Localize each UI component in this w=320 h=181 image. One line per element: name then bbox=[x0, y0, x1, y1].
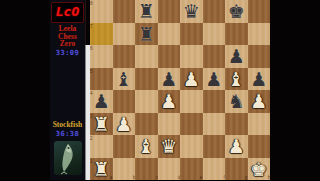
square-h5[interactable]: ♟ bbox=[248, 68, 271, 91]
piece-black-knight[interactable]: ♞ bbox=[225, 90, 248, 113]
piece-black-pawn[interactable]: ♟ bbox=[158, 68, 181, 91]
square-d4[interactable]: ♟ bbox=[158, 90, 181, 113]
square-b4[interactable] bbox=[113, 90, 136, 113]
square-a7[interactable]: 7 bbox=[90, 23, 113, 46]
square-b7[interactable] bbox=[113, 23, 136, 46]
piece-black-rook[interactable]: ♜ bbox=[135, 23, 158, 46]
square-c5[interactable] bbox=[135, 68, 158, 91]
square-h8[interactable] bbox=[248, 0, 271, 23]
square-g1[interactable]: g bbox=[225, 158, 248, 181]
square-f3[interactable] bbox=[203, 113, 226, 136]
square-h3[interactable] bbox=[248, 113, 271, 136]
piece-black-king[interactable]: ♚ bbox=[225, 0, 248, 23]
square-c3[interactable] bbox=[135, 113, 158, 136]
square-e5[interactable]: ♟ bbox=[180, 68, 203, 91]
square-e2[interactable] bbox=[180, 135, 203, 158]
black-player-name-line1: Leela Chess bbox=[50, 25, 85, 40]
square-e3[interactable] bbox=[180, 113, 203, 136]
rank-label-5: 5 bbox=[90, 69, 93, 74]
square-f6[interactable] bbox=[203, 45, 226, 68]
square-b3[interactable]: ♟ bbox=[113, 113, 136, 136]
square-g8[interactable]: ♚ bbox=[225, 0, 248, 23]
square-a4[interactable]: 4♟ bbox=[90, 90, 113, 113]
square-a1[interactable]: 1a♜ bbox=[90, 158, 113, 181]
square-g5[interactable]: ♝ bbox=[225, 68, 248, 91]
square-c6[interactable] bbox=[135, 45, 158, 68]
rank-label-7: 7 bbox=[90, 24, 93, 29]
piece-black-pawn[interactable]: ♟ bbox=[248, 68, 271, 91]
lczero-logo-icon: LcO bbox=[51, 2, 84, 23]
square-d6[interactable] bbox=[158, 45, 181, 68]
piece-white-queen[interactable]: ♛ bbox=[158, 135, 181, 158]
square-e8[interactable]: ♛ bbox=[180, 0, 203, 23]
square-f7[interactable] bbox=[203, 23, 226, 46]
rank-label-8: 8 bbox=[90, 1, 93, 6]
piece-white-pawn[interactable]: ♟ bbox=[180, 68, 203, 91]
square-d7[interactable] bbox=[158, 23, 181, 46]
square-g3[interactable] bbox=[225, 113, 248, 136]
rank-label-6: 6 bbox=[90, 46, 93, 51]
square-d3[interactable] bbox=[158, 113, 181, 136]
square-c8[interactable]: ♜ bbox=[135, 0, 158, 23]
white-player-panel: Stockfish 36:38 bbox=[50, 119, 85, 175]
square-h6[interactable] bbox=[248, 45, 271, 68]
square-c7[interactable]: ♜ bbox=[135, 23, 158, 46]
square-f5[interactable]: ♟ bbox=[203, 68, 226, 91]
black-player-name: Leela Chess Zero bbox=[50, 25, 85, 48]
piece-black-pawn[interactable]: ♟ bbox=[203, 68, 226, 91]
black-player-name-line2: Zero bbox=[50, 40, 85, 48]
piece-white-pawn[interactable]: ♟ bbox=[248, 90, 271, 113]
rank-label-2: 2 bbox=[90, 136, 93, 141]
square-g7[interactable] bbox=[225, 23, 248, 46]
square-b1[interactable]: b bbox=[113, 158, 136, 181]
square-e1[interactable]: e bbox=[180, 158, 203, 181]
square-g2[interactable]: ♟ bbox=[225, 135, 248, 158]
square-e4[interactable] bbox=[180, 90, 203, 113]
square-c2[interactable]: ♝ bbox=[135, 135, 158, 158]
square-g6[interactable]: ♟ bbox=[225, 45, 248, 68]
square-f1[interactable]: f bbox=[203, 158, 226, 181]
square-e7[interactable] bbox=[180, 23, 203, 46]
engine-sidebar: LcO Leela Chess Zero 33:09 Stockfish 36:… bbox=[50, 0, 86, 180]
piece-black-bishop[interactable]: ♝ bbox=[113, 68, 136, 91]
piece-white-bishop[interactable]: ♝ bbox=[225, 68, 248, 91]
piece-white-pawn[interactable]: ♟ bbox=[158, 90, 181, 113]
square-h1[interactable]: h♚ bbox=[248, 158, 271, 181]
broadcast-frame: LcO Leela Chess Zero 33:09 Stockfish 36:… bbox=[0, 0, 320, 180]
piece-black-pawn[interactable]: ♟ bbox=[90, 90, 113, 113]
square-d5[interactable]: ♟ bbox=[158, 68, 181, 91]
square-b6[interactable] bbox=[113, 45, 136, 68]
black-player-panel: LcO Leela Chess Zero 33:09 bbox=[50, 2, 85, 57]
square-f2[interactable] bbox=[203, 135, 226, 158]
square-d2[interactable]: ♛ bbox=[158, 135, 181, 158]
chess-board: 8♜♛♚7♜6♟5♝♟♟♟♝♟4♟♟♞♟3♜♟2♝♛♟1a♜bcdefgh♚ bbox=[90, 0, 270, 180]
square-g4[interactable]: ♞ bbox=[225, 90, 248, 113]
piece-black-rook[interactable]: ♜ bbox=[135, 0, 158, 23]
white-clock: 36:38 bbox=[50, 130, 85, 138]
piece-white-pawn[interactable]: ♟ bbox=[113, 113, 136, 136]
square-d1[interactable]: d bbox=[158, 158, 181, 181]
square-c4[interactable] bbox=[135, 90, 158, 113]
square-a3[interactable]: 3♜ bbox=[90, 113, 113, 136]
piece-white-rook[interactable]: ♜ bbox=[90, 158, 113, 181]
stockfish-fish-logo-icon bbox=[54, 141, 82, 175]
square-b5[interactable]: ♝ bbox=[113, 68, 136, 91]
square-f8[interactable] bbox=[203, 0, 226, 23]
square-a6[interactable]: 6 bbox=[90, 45, 113, 68]
white-player-name: Stockfish bbox=[50, 121, 85, 129]
piece-black-queen[interactable]: ♛ bbox=[180, 0, 203, 23]
square-d8[interactable] bbox=[158, 0, 181, 23]
square-b8[interactable] bbox=[113, 0, 136, 23]
square-a5[interactable]: 5 bbox=[90, 68, 113, 91]
square-a8[interactable]: 8 bbox=[90, 0, 113, 23]
piece-white-rook[interactable]: ♜ bbox=[90, 113, 113, 136]
square-h7[interactable] bbox=[248, 23, 271, 46]
square-c1[interactable]: c bbox=[135, 158, 158, 181]
square-h2[interactable] bbox=[248, 135, 271, 158]
square-h4[interactable]: ♟ bbox=[248, 90, 271, 113]
square-f4[interactable] bbox=[203, 90, 226, 113]
black-clock: 33:09 bbox=[50, 49, 85, 57]
piece-white-bishop[interactable]: ♝ bbox=[135, 135, 158, 158]
square-e6[interactable] bbox=[180, 45, 203, 68]
square-b2[interactable] bbox=[113, 135, 136, 158]
piece-white-pawn[interactable]: ♟ bbox=[225, 135, 248, 158]
square-a2[interactable]: 2 bbox=[90, 135, 113, 158]
piece-white-king[interactable]: ♚ bbox=[248, 158, 271, 181]
piece-black-pawn[interactable]: ♟ bbox=[225, 45, 248, 68]
